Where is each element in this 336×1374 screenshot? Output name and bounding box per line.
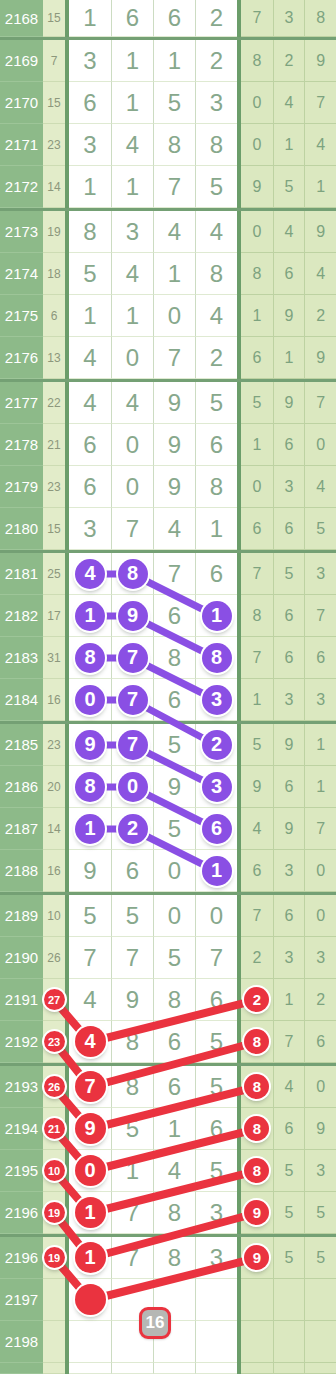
tail-red-circle: 9: [244, 1245, 269, 1270]
draw-row-2174: 2174185418864: [0, 253, 336, 295]
red-digit-circle: 1: [75, 1197, 106, 1228]
digit-cell: 1: [195, 850, 237, 892]
purple-digit-circle: 7: [118, 685, 148, 715]
tail-cell: 8: [241, 1108, 273, 1150]
purple-digit-circle: 8: [75, 772, 105, 802]
issue-cell: 2197: [0, 1279, 43, 1321]
purple-digit-circle: 9: [118, 601, 148, 631]
red-digit-circle: 4: [75, 1026, 106, 1057]
draw-row-2173: 2173198344049: [0, 211, 336, 253]
tail-cell: 0: [304, 850, 336, 892]
digit-cell: 8: [153, 1192, 195, 1234]
sum-cell: 26: [43, 1066, 65, 1108]
draw-row-2183: 2183318788766: [0, 637, 336, 679]
tail-cell: 4: [304, 466, 336, 508]
draw-row-2190: 2190267757233: [0, 937, 336, 979]
tail-cell: 8: [241, 1150, 273, 1192]
tail-cell: 8: [241, 40, 273, 82]
digit-cell: 7: [111, 1237, 153, 1279]
digit-cell: 5: [111, 895, 153, 937]
digit-cell: 1: [195, 508, 237, 550]
draw-row-2195: 2195100145853: [0, 1150, 336, 1192]
tail-cell: 7: [304, 382, 336, 424]
digit-cell: 6: [111, 850, 153, 892]
digit-cell: 0: [111, 337, 153, 379]
digit-cell: 4: [195, 295, 237, 337]
tail-cell: 4: [304, 124, 336, 166]
issue-cell: 2185: [0, 724, 43, 766]
digit-cell: 9: [153, 424, 195, 466]
draw-row-2196: 2196191783955: [0, 1192, 336, 1234]
tail-cell: 9: [304, 40, 336, 82]
tail-cell: 6: [273, 595, 305, 637]
digit-cell: 0: [153, 850, 195, 892]
issue-cell: 2189: [0, 895, 43, 937]
digit-cell: 6: [153, 1066, 195, 1108]
digit-cell: 8: [195, 124, 237, 166]
digit-cell: 4: [69, 553, 111, 595]
issue-cell: 2198: [0, 1321, 43, 1363]
purple-digit-circle: 1: [75, 601, 105, 631]
draw-row-2186: 2186208093961: [0, 766, 336, 808]
issue-cell: 2196: [0, 1192, 43, 1234]
digit-cell: 5: [153, 808, 195, 850]
tail-cell: 9: [273, 295, 305, 337]
red-digit-circle: 0: [75, 1155, 106, 1186]
digit-cell: 0: [69, 679, 111, 721]
digit-cell: 2: [195, 337, 237, 379]
purple-digit-circle: 2: [118, 814, 148, 844]
tail-cell: 1: [304, 766, 336, 808]
purple-digit-circle: 1: [202, 601, 232, 631]
digit-cell: 6: [111, 0, 153, 37]
digit-cell: 3: [195, 679, 237, 721]
predicted-sum-value: 16: [146, 1313, 165, 1333]
digit-cell: 8: [111, 553, 153, 595]
sum-cell: 21: [43, 424, 65, 466]
tail-cell: 1: [304, 166, 336, 208]
sum-cell: 10: [43, 1150, 65, 1192]
digit-cell: [69, 1321, 111, 1363]
digit-cell: 3: [195, 82, 237, 124]
tail-cell: 2: [273, 40, 305, 82]
tail-cell: 9: [241, 766, 273, 808]
sum-cell: 31: [43, 637, 65, 679]
tail-cell: [304, 1321, 336, 1363]
tail-cell: 0: [241, 82, 273, 124]
digit-cell: [195, 1321, 237, 1363]
digit-cell: 6: [69, 82, 111, 124]
tail-cell: 1: [241, 679, 273, 721]
draw-row-2169: 216973112829: [0, 40, 336, 82]
digit-cell: 0: [111, 466, 153, 508]
issue-cell: 2180: [0, 508, 43, 550]
tail-cell: 0: [241, 466, 273, 508]
purple-digit-circle: 4: [75, 559, 105, 589]
sum-cell: 23: [43, 124, 65, 166]
red-dot: [75, 1284, 106, 1315]
tail-cell: 3: [273, 937, 305, 979]
issue-cell: 2187: [0, 808, 43, 850]
digit-cell: [111, 1363, 153, 1374]
tail-cell: 9: [273, 808, 305, 850]
tail-cell: [273, 1279, 305, 1321]
tail-cell: 9: [304, 337, 336, 379]
tail-cell: 7: [241, 553, 273, 595]
tail-cell: 3: [304, 937, 336, 979]
digit-cell: 2: [195, 0, 237, 37]
digit-cell: 4: [111, 124, 153, 166]
tail-cell: 9: [241, 1192, 273, 1234]
digit-cell: 0: [111, 424, 153, 466]
tail-cell: 5: [273, 1150, 305, 1192]
digit-cell: 9: [69, 850, 111, 892]
sum-cell: 10: [43, 895, 65, 937]
digit-cell: [195, 1363, 237, 1374]
tail-cell: 1: [304, 724, 336, 766]
tail-cell: 7: [304, 82, 336, 124]
tail-cell: 7: [241, 637, 273, 679]
issue-cell: [0, 1363, 43, 1374]
sum-red-circle: 19: [44, 1247, 65, 1268]
digit-cell: 0: [111, 766, 153, 808]
digit-cell: 8: [69, 766, 111, 808]
red-digit-circle: 1: [75, 1242, 106, 1273]
digit-cell: 9: [153, 382, 195, 424]
sum-cell: 23: [43, 1021, 65, 1063]
digit-cell: 4: [69, 337, 111, 379]
tail-cell: 6: [304, 637, 336, 679]
tail-red-circle: 8: [244, 1116, 269, 1141]
tail-cell: 1: [241, 295, 273, 337]
digit-cell: 6: [69, 424, 111, 466]
digit-cell: 4: [153, 508, 195, 550]
sum-red-circle: 23: [44, 1031, 65, 1052]
digit-cell: 5: [153, 937, 195, 979]
digit-cell: 4: [111, 382, 153, 424]
digit-cell: 1: [153, 1108, 195, 1150]
digit-cell: 6: [195, 808, 237, 850]
issue-cell: 2174: [0, 253, 43, 295]
draw-row-2175: 217561104192: [0, 295, 336, 337]
issue-cell: 2183: [0, 637, 43, 679]
draw-row-2170: 2170156153047: [0, 82, 336, 124]
tail-cell: 2: [241, 979, 273, 1021]
digit-cell: 7: [111, 508, 153, 550]
purple-digit-circle: 1: [75, 814, 105, 844]
sum-cell: 23: [43, 724, 65, 766]
tail-red-circle: 2: [244, 987, 269, 1012]
draw-row-2187: 2187141256497: [0, 808, 336, 850]
issue-cell: 2172: [0, 166, 43, 208]
digit-cell: 3: [69, 124, 111, 166]
red-digit-circle: 9: [75, 1113, 106, 1144]
sum-cell: 26: [43, 937, 65, 979]
tail-cell: 7: [241, 0, 273, 37]
digit-cell: 7: [69, 937, 111, 979]
digit-cell: 3: [195, 766, 237, 808]
draw-row-2181: 2181254876753: [0, 553, 336, 595]
purple-digit-circle: 8: [202, 643, 232, 673]
sum-cell: 27: [43, 979, 65, 1021]
digit-cell: 8: [153, 637, 195, 679]
tail-cell: 0: [241, 211, 273, 253]
digit-cell: 6: [153, 595, 195, 637]
tail-cell: 1: [273, 337, 305, 379]
draw-row-blank: [0, 1363, 336, 1374]
tail-cell: 6: [273, 1108, 305, 1150]
issue-cell: 2175: [0, 295, 43, 337]
digit-cell: 1: [111, 82, 153, 124]
sum-cell: 7: [43, 40, 65, 82]
tail-cell: 1: [273, 124, 305, 166]
draw-row-2179: 2179236098034: [0, 466, 336, 508]
digit-cell: 4: [69, 979, 111, 1021]
digit-cell: 5: [195, 1150, 237, 1192]
issue-cell: 2196: [0, 1237, 43, 1279]
issue-cell: 2177: [0, 382, 43, 424]
digit-cell: 6: [153, 1021, 195, 1063]
sum-red-circle: 27: [44, 989, 65, 1010]
tail-cell: 8: [241, 595, 273, 637]
digit-cell: 1: [69, 1192, 111, 1234]
tail-cell: [241, 1363, 273, 1374]
digit-cell: 5: [153, 724, 195, 766]
sum-red-circle: 26: [44, 1076, 65, 1097]
digit-cell: 8: [195, 466, 237, 508]
digit-cell: 5: [195, 1021, 237, 1063]
purple-digit-circle: 9: [75, 730, 105, 760]
digit-cell: 5: [69, 895, 111, 937]
digit-cell: 0: [69, 1150, 111, 1192]
draw-row-2194: 2194219516869: [0, 1108, 336, 1150]
digit-cell: [69, 1279, 111, 1321]
digit-cell: 1: [69, 166, 111, 208]
predicted-sum-badge: 16: [139, 1307, 171, 1339]
digit-cell: 5: [69, 253, 111, 295]
issue-cell: 2194: [0, 1108, 43, 1150]
draw-row-2196: 2196191783955: [0, 1237, 336, 1279]
digit-cell: 1: [195, 595, 237, 637]
tail-cell: 1: [241, 424, 273, 466]
purple-digit-circle: 6: [202, 814, 232, 844]
digit-cell: 2: [111, 808, 153, 850]
issue-cell: 2178: [0, 424, 43, 466]
sum-cell: 14: [43, 166, 65, 208]
digit-cell: [195, 1279, 237, 1321]
issue-cell: 2182: [0, 595, 43, 637]
tail-red-circle: 8: [244, 1074, 269, 1099]
purple-digit-circle: 7: [118, 730, 148, 760]
digit-cell: 6: [195, 1108, 237, 1150]
digit-cell: 8: [195, 637, 237, 679]
tail-cell: 1: [273, 979, 305, 1021]
sum-cell: 15: [43, 82, 65, 124]
digit-cell: 7: [69, 1066, 111, 1108]
tail-cell: 5: [241, 724, 273, 766]
tail-cell: 9: [241, 166, 273, 208]
purple-digit-circle: 8: [75, 643, 105, 673]
tail-cell: 6: [304, 1021, 336, 1063]
digit-cell: 6: [153, 0, 195, 37]
sum-cell: 16: [43, 679, 65, 721]
digit-cell: 4: [69, 382, 111, 424]
issue-cell: 2190: [0, 937, 43, 979]
digit-cell: 9: [153, 766, 195, 808]
issue-cell: 2184: [0, 679, 43, 721]
tail-cell: 0: [304, 424, 336, 466]
tail-cell: 6: [273, 766, 305, 808]
tail-cell: [241, 1279, 273, 1321]
tail-cell: 6: [273, 424, 305, 466]
issue-cell: 2181: [0, 553, 43, 595]
digit-cell: 9: [69, 1108, 111, 1150]
tail-cell: 7: [273, 1021, 305, 1063]
sum-cell: [43, 1321, 65, 1363]
tail-cell: 8: [241, 253, 273, 295]
sum-cell: 13: [43, 337, 65, 379]
purple-digit-circle: 0: [118, 772, 148, 802]
issue-cell: 2171: [0, 124, 43, 166]
digit-cell: 1: [69, 0, 111, 37]
tail-cell: 6: [273, 895, 305, 937]
digit-cell: 0: [153, 895, 195, 937]
draw-row-2191: 2191274986212: [0, 979, 336, 1021]
digit-cell: 8: [153, 124, 195, 166]
digit-cell: 8: [153, 1237, 195, 1279]
digit-cell: 3: [69, 508, 111, 550]
issue-cell: 2192: [0, 1021, 43, 1063]
digit-cell: 8: [69, 211, 111, 253]
sum-cell: [43, 1279, 65, 1321]
draw-row-2189: 2189105500760: [0, 895, 336, 937]
tail-cell: 5: [273, 1192, 305, 1234]
red-digit-circle: 7: [75, 1071, 106, 1102]
digit-cell: 3: [111, 211, 153, 253]
sum-cell: 16: [43, 850, 65, 892]
tail-cell: 8: [304, 0, 336, 37]
issue-cell: 2193: [0, 1066, 43, 1108]
tail-cell: 4: [273, 211, 305, 253]
digit-cell: 5: [195, 382, 237, 424]
sum-cell: [43, 1363, 65, 1374]
digit-cell: [153, 1363, 195, 1374]
draw-row-2185: 2185239752591: [0, 724, 336, 766]
digit-cell: 7: [153, 553, 195, 595]
digit-cell: 4: [153, 1150, 195, 1192]
digit-cell: 7: [111, 679, 153, 721]
digit-cell: 1: [69, 595, 111, 637]
issue-cell: 2173: [0, 211, 43, 253]
tail-cell: 9: [304, 1108, 336, 1150]
sum-cell: 21: [43, 1108, 65, 1150]
sum-cell: 19: [43, 1237, 65, 1279]
digit-cell: 9: [153, 466, 195, 508]
tail-cell: 4: [273, 82, 305, 124]
draw-row-2192: 2192234865876: [0, 1021, 336, 1063]
tail-cell: 3: [273, 679, 305, 721]
tail-cell: 3: [273, 0, 305, 37]
draw-row-2193: 2193267865840: [0, 1066, 336, 1108]
draw-row-2180: 2180153741665: [0, 508, 336, 550]
digit-cell: [69, 1363, 111, 1374]
tail-red-circle: 8: [244, 1158, 269, 1183]
digit-cell: 8: [69, 637, 111, 679]
tail-cell: [241, 1321, 273, 1363]
digit-cell: 3: [69, 40, 111, 82]
purple-digit-circle: 3: [202, 685, 232, 715]
tail-cell: 2: [304, 295, 336, 337]
tail-cell: 8: [241, 1021, 273, 1063]
sum-cell: 14: [43, 808, 65, 850]
digit-cell: 3: [195, 1192, 237, 1234]
tail-cell: 5: [273, 553, 305, 595]
digit-cell: 7: [195, 937, 237, 979]
digit-cell: 4: [153, 211, 195, 253]
tail-cell: 6: [273, 253, 305, 295]
digit-cell: 8: [195, 253, 237, 295]
purple-digit-circle: 7: [118, 643, 148, 673]
issue-cell: 2191: [0, 979, 43, 1021]
tail-cell: 9: [241, 1237, 273, 1279]
tail-cell: 5: [273, 1237, 305, 1279]
purple-digit-circle: 1: [202, 856, 232, 886]
lottery-trend-board: 2168151662738216973112829217015615304721…: [0, 0, 336, 1374]
digit-cell: 6: [195, 979, 237, 1021]
purple-digit-circle: 2: [202, 730, 232, 760]
tail-cell: 6: [241, 508, 273, 550]
tail-cell: 6: [273, 508, 305, 550]
digit-cell: 7: [153, 166, 195, 208]
sum-cell: 19: [43, 1192, 65, 1234]
draw-row-2172: 2172141175951: [0, 166, 336, 208]
digit-cell: 4: [111, 253, 153, 295]
digit-cell: 1: [111, 295, 153, 337]
digit-cell: 1: [69, 808, 111, 850]
tail-cell: 9: [273, 382, 305, 424]
digit-cell: 7: [111, 637, 153, 679]
tail-cell: 3: [273, 466, 305, 508]
draw-row-2176: 2176134072619: [0, 337, 336, 379]
tail-cell: [273, 1321, 305, 1363]
digit-cell: 5: [111, 1108, 153, 1150]
tail-red-circle: 9: [244, 1200, 269, 1225]
issue-cell: 2186: [0, 766, 43, 808]
draw-row-2178: 2178216096160: [0, 424, 336, 466]
issue-cell: 2179: [0, 466, 43, 508]
sum-cell: 15: [43, 0, 65, 37]
sum-cell: 15: [43, 508, 65, 550]
digit-cell: 9: [111, 979, 153, 1021]
sum-red-circle: 21: [44, 1118, 65, 1139]
purple-digit-circle: 3: [202, 772, 232, 802]
tail-cell: 4: [304, 253, 336, 295]
digit-cell: 7: [111, 937, 153, 979]
tail-cell: 7: [304, 595, 336, 637]
sum-cell: 6: [43, 295, 65, 337]
tail-cell: 4: [273, 1066, 305, 1108]
sum-red-circle: 10: [44, 1160, 65, 1181]
trend-rows: 2168151662738216973112829217015615304721…: [0, 0, 336, 1374]
issue-cell: 2188: [0, 850, 43, 892]
digit-cell: 7: [153, 337, 195, 379]
sum-cell: 17: [43, 595, 65, 637]
sum-red-circle: 19: [44, 1202, 65, 1223]
tail-cell: 0: [241, 124, 273, 166]
digit-cell: 5: [195, 1066, 237, 1108]
digit-cell: 2: [195, 724, 237, 766]
digit-cell: 8: [153, 979, 195, 1021]
